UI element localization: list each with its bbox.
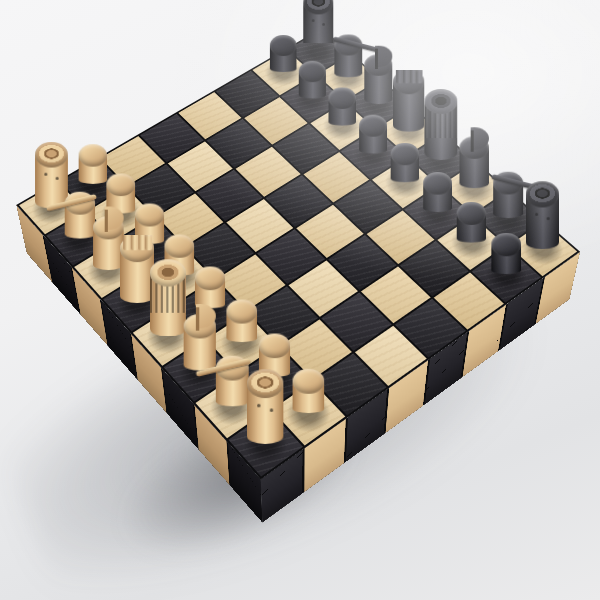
bishop-cut-face — [375, 48, 378, 69]
piece-black-pawn[interactable] — [391, 143, 419, 183]
bishop-cut-face — [470, 130, 473, 151]
cylinder-top — [195, 266, 225, 290]
cylinder-top — [150, 259, 186, 286]
piece-black-pawn[interactable] — [423, 172, 452, 212]
cylinder-top — [526, 181, 560, 207]
cylinder-top — [106, 173, 135, 196]
piece-white-bishop[interactable] — [93, 216, 124, 270]
piece-white-knight[interactable] — [64, 191, 94, 238]
cylinder-top — [424, 88, 457, 113]
piece-black-pawn[interactable] — [299, 61, 326, 99]
piece-white-rook[interactable] — [35, 142, 68, 208]
piece-black-king[interactable] — [393, 69, 425, 131]
piece-black-knight[interactable] — [334, 34, 362, 77]
piece-black-pawn[interactable] — [491, 233, 521, 274]
cylinder-top — [247, 369, 284, 398]
piece-black-pawn[interactable] — [329, 87, 357, 125]
piece-white-pawn[interactable] — [226, 299, 257, 342]
photo-scene — [0, 0, 600, 600]
piece-black-pawn[interactable] — [359, 115, 387, 154]
cylinder-top — [457, 202, 486, 225]
piece-white-knight[interactable] — [216, 355, 249, 406]
cylinder-top — [299, 61, 326, 82]
piece-black-bishop[interactable] — [459, 136, 489, 188]
piece-white-pawn[interactable] — [293, 369, 325, 413]
piece-black-pawn[interactable] — [270, 35, 297, 72]
piece-black-rook[interactable] — [526, 181, 560, 249]
piece-black-knight[interactable] — [493, 171, 523, 218]
cylinder-top — [423, 172, 452, 195]
piece-white-rook[interactable] — [247, 369, 284, 443]
perspective-scene — [0, 0, 600, 600]
piece-white-pawn[interactable] — [195, 266, 225, 308]
cylinder-top — [329, 87, 357, 109]
cylinder-top — [391, 143, 419, 165]
king-dowel — [145, 233, 153, 250]
cylinder-top — [491, 233, 521, 256]
bishop-cut-face — [196, 307, 199, 330]
cylinder-top — [226, 299, 257, 323]
piece-black-pawn[interactable] — [457, 202, 486, 243]
piece-black-bishop[interactable] — [364, 54, 392, 104]
piece-black-rook[interactable] — [304, 0, 334, 52]
cylinder-top — [359, 115, 387, 137]
piece-white-queen[interactable] — [150, 259, 186, 336]
piece-white-bishop[interactable] — [183, 314, 215, 371]
chessboard — [27, 78, 570, 523]
king-dowel — [416, 67, 423, 83]
cylinder-top — [259, 334, 290, 359]
cylinder-top — [293, 369, 325, 394]
cylinder-top — [135, 203, 164, 226]
piece-white-pawn[interactable] — [79, 144, 107, 184]
bishop-cut-face — [104, 209, 107, 231]
piece-black-queen[interactable] — [424, 88, 457, 159]
board-top-grid — [16, 28, 580, 479]
cylinder-top — [79, 144, 107, 166]
cylinder-top — [270, 35, 297, 56]
cylinder-top — [35, 142, 68, 168]
cylinder-top — [164, 234, 194, 257]
